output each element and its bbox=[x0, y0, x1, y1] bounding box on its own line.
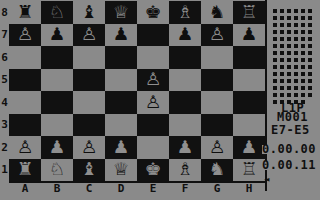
dot bbox=[287, 23, 291, 27]
square-b6[interactable] bbox=[41, 46, 73, 69]
piece-white-king[interactable]: ♚ bbox=[144, 161, 161, 178]
dot bbox=[308, 30, 312, 34]
dot bbox=[280, 44, 284, 48]
dot bbox=[280, 86, 284, 90]
dot bbox=[273, 100, 277, 104]
dot bbox=[294, 65, 298, 69]
dot bbox=[273, 9, 277, 13]
square-e8[interactable]: ♚ bbox=[137, 1, 169, 24]
square-a8[interactable]: ♜ bbox=[9, 1, 41, 24]
rank-label-2: 2 bbox=[0, 136, 9, 159]
square-d2[interactable]: ♟ bbox=[105, 136, 137, 159]
square-c4[interactable] bbox=[73, 91, 105, 114]
thinking-dots-grid bbox=[273, 9, 312, 104]
square-b5[interactable] bbox=[41, 69, 73, 92]
dot bbox=[308, 93, 312, 97]
piece-white-bishop[interactable]: ♝ bbox=[80, 161, 97, 178]
dot bbox=[308, 58, 312, 62]
dot bbox=[301, 37, 305, 41]
dot bbox=[287, 44, 291, 48]
dot bbox=[301, 16, 305, 20]
rank-label-5: 5 bbox=[0, 69, 9, 92]
square-e4[interactable]: ♙ bbox=[137, 91, 169, 114]
file-label-b: B bbox=[41, 183, 73, 194]
dot bbox=[301, 65, 305, 69]
piece-black-pawn[interactable]: ♙ bbox=[80, 26, 97, 43]
square-f5[interactable] bbox=[169, 69, 201, 92]
file-label-c: C bbox=[73, 183, 105, 194]
dot bbox=[294, 72, 298, 76]
piece-white-pawn[interactable]: ♙ bbox=[144, 94, 161, 111]
square-h3[interactable] bbox=[233, 114, 265, 137]
dot bbox=[308, 72, 312, 76]
dot bbox=[294, 37, 298, 41]
piece-white-pawn[interactable]: ♟ bbox=[240, 139, 257, 156]
dot bbox=[294, 93, 298, 97]
rank-label-1: 1 bbox=[0, 159, 9, 182]
piece-white-rook[interactable]: ♖ bbox=[240, 161, 257, 178]
piece-black-knight[interactable]: ♞ bbox=[208, 4, 225, 21]
dot bbox=[308, 86, 312, 90]
dot bbox=[273, 30, 277, 34]
dot bbox=[287, 93, 291, 97]
square-c6[interactable] bbox=[73, 46, 105, 69]
piece-white-pawn[interactable]: ♙ bbox=[208, 139, 225, 156]
piece-black-queen[interactable]: ♕ bbox=[112, 4, 129, 21]
square-f8[interactable]: ♗ bbox=[169, 1, 201, 24]
dot bbox=[301, 23, 305, 27]
piece-white-knight[interactable]: ♞ bbox=[208, 161, 225, 178]
square-d3[interactable] bbox=[105, 114, 137, 137]
square-h8[interactable]: ♖ bbox=[233, 1, 265, 24]
piece-black-pawn[interactable]: ♙ bbox=[208, 26, 225, 43]
dot bbox=[280, 79, 284, 83]
dot bbox=[273, 51, 277, 55]
dot bbox=[301, 58, 305, 62]
square-a5[interactable] bbox=[9, 69, 41, 92]
square-h7[interactable]: ♟ bbox=[233, 24, 265, 47]
file-label-g: G bbox=[201, 183, 233, 194]
dot bbox=[287, 86, 291, 90]
dot bbox=[273, 72, 277, 76]
dot-row bbox=[273, 72, 312, 76]
dot bbox=[280, 30, 284, 34]
dot bbox=[280, 9, 284, 13]
square-e3[interactable] bbox=[137, 114, 169, 137]
piece-black-pawn[interactable]: ♙ bbox=[16, 26, 33, 43]
dot bbox=[308, 23, 312, 27]
dot-row bbox=[273, 65, 312, 69]
dot bbox=[301, 9, 305, 13]
square-f6[interactable] bbox=[169, 46, 201, 69]
square-a2[interactable]: ♙ bbox=[9, 136, 41, 159]
dot bbox=[287, 58, 291, 62]
dot bbox=[294, 86, 298, 90]
dot-row bbox=[273, 9, 312, 13]
dot bbox=[273, 44, 277, 48]
dot bbox=[308, 65, 312, 69]
square-f7[interactable]: ♟ bbox=[169, 24, 201, 47]
file-label-e: E bbox=[137, 183, 169, 194]
dot bbox=[280, 23, 284, 27]
dot bbox=[301, 44, 305, 48]
piece-black-pawn[interactable]: ♟ bbox=[112, 26, 129, 43]
square-c3[interactable] bbox=[73, 114, 105, 137]
square-a4[interactable] bbox=[9, 91, 41, 114]
dot bbox=[287, 51, 291, 55]
square-e5[interactable]: ♙ bbox=[137, 69, 169, 92]
dot bbox=[294, 16, 298, 20]
piece-black-rook[interactable]: ♜ bbox=[16, 4, 33, 21]
piece-white-bishop[interactable]: ♗ bbox=[176, 161, 193, 178]
piece-black-pawn[interactable]: ♟ bbox=[48, 26, 65, 43]
dot bbox=[287, 37, 291, 41]
square-c2[interactable]: ♙ bbox=[73, 136, 105, 159]
dot bbox=[301, 72, 305, 76]
piece-white-pawn[interactable]: ♟ bbox=[176, 139, 193, 156]
dot-row bbox=[273, 16, 312, 20]
square-e1[interactable]: ♚ bbox=[137, 159, 169, 182]
dot bbox=[273, 65, 277, 69]
piece-black-pawn[interactable]: ♟ bbox=[176, 26, 193, 43]
square-a6[interactable] bbox=[9, 46, 41, 69]
piece-white-queen[interactable]: ♕ bbox=[112, 161, 129, 178]
dot bbox=[308, 51, 312, 55]
dot bbox=[294, 44, 298, 48]
square-d6[interactable] bbox=[105, 46, 137, 69]
dot-row bbox=[273, 93, 312, 97]
square-e2[interactable] bbox=[137, 136, 169, 159]
square-a7[interactable]: ♙ bbox=[9, 24, 41, 47]
dot bbox=[294, 23, 298, 27]
square-g4[interactable] bbox=[201, 91, 233, 114]
square-c7[interactable]: ♙ bbox=[73, 24, 105, 47]
dot bbox=[308, 37, 312, 41]
dot-row bbox=[273, 44, 312, 48]
piece-white-pawn[interactable]: ♟ bbox=[48, 139, 65, 156]
dot bbox=[287, 72, 291, 76]
square-b8[interactable]: ♘ bbox=[41, 1, 73, 24]
dot bbox=[273, 86, 277, 90]
dot bbox=[280, 65, 284, 69]
square-e7[interactable] bbox=[137, 24, 169, 47]
square-b3[interactable] bbox=[41, 114, 73, 137]
dot bbox=[294, 51, 298, 55]
square-g5[interactable] bbox=[201, 69, 233, 92]
square-d4[interactable] bbox=[105, 91, 137, 114]
square-f3[interactable] bbox=[169, 114, 201, 137]
dot bbox=[280, 93, 284, 97]
dot-row bbox=[273, 51, 312, 55]
dot bbox=[301, 93, 305, 97]
square-a1[interactable]: ♜ bbox=[9, 159, 41, 182]
dot-row bbox=[273, 30, 312, 34]
square-d8[interactable]: ♕ bbox=[105, 1, 137, 24]
square-g7[interactable]: ♙ bbox=[201, 24, 233, 47]
rank-label-7: 7 bbox=[0, 24, 9, 47]
dot bbox=[287, 79, 291, 83]
dot bbox=[273, 37, 277, 41]
square-g3[interactable] bbox=[201, 114, 233, 137]
square-b2[interactable]: ♟ bbox=[41, 136, 73, 159]
dot bbox=[287, 16, 291, 20]
dot bbox=[301, 86, 305, 90]
piece-black-knight[interactable]: ♘ bbox=[48, 4, 65, 21]
dot bbox=[301, 79, 305, 83]
dot-row bbox=[273, 86, 312, 90]
dot-row bbox=[273, 23, 312, 27]
dot bbox=[308, 9, 312, 13]
square-g2[interactable]: ♙ bbox=[201, 136, 233, 159]
square-c1[interactable]: ♝ bbox=[73, 159, 105, 182]
dot bbox=[280, 72, 284, 76]
dot bbox=[294, 30, 298, 34]
piece-white-pawn[interactable]: ♟ bbox=[112, 139, 129, 156]
dot bbox=[280, 37, 284, 41]
dot bbox=[308, 79, 312, 83]
square-c5[interactable] bbox=[73, 69, 105, 92]
square-g6[interactable] bbox=[201, 46, 233, 69]
square-g1[interactable]: ♞ bbox=[201, 159, 233, 182]
rank-label-4: 4 bbox=[0, 91, 9, 114]
dot bbox=[294, 79, 298, 83]
file-label-a: A bbox=[9, 183, 41, 194]
rank-label-3: 3 bbox=[0, 114, 9, 137]
file-label-h: H bbox=[233, 183, 265, 194]
piece-black-rook[interactable]: ♖ bbox=[240, 4, 257, 21]
dot bbox=[273, 79, 277, 83]
dot bbox=[294, 58, 298, 62]
piece-white-rook[interactable]: ♜ bbox=[16, 161, 33, 178]
dot bbox=[287, 65, 291, 69]
clock-top: 0.00.00 bbox=[262, 145, 316, 154]
square-b1[interactable]: ♘ bbox=[41, 159, 73, 182]
dot bbox=[301, 51, 305, 55]
dot bbox=[308, 44, 312, 48]
dot bbox=[287, 9, 291, 13]
piece-black-king[interactable]: ♚ bbox=[144, 4, 161, 21]
dot bbox=[301, 30, 305, 34]
square-c8[interactable]: ♝ bbox=[73, 1, 105, 24]
square-d1[interactable]: ♕ bbox=[105, 159, 137, 182]
dot bbox=[280, 16, 284, 20]
square-h6[interactable] bbox=[233, 46, 265, 69]
square-d5[interactable] bbox=[105, 69, 137, 92]
piece-black-bishop[interactable]: ♗ bbox=[176, 4, 193, 21]
square-f2[interactable]: ♟ bbox=[169, 136, 201, 159]
dot bbox=[273, 16, 277, 20]
last-move-display: E7-E5 bbox=[271, 126, 310, 135]
piece-black-bishop[interactable]: ♝ bbox=[80, 4, 97, 21]
chess-program-screen: 87654321 ♜♘♝♕♚♗♞♖♙♟♙♟♟♙♟♙♙♙♟♙♟♟♙♟♜♘♝♕♚♗♞… bbox=[0, 0, 320, 200]
rank-label-8: 8 bbox=[0, 1, 9, 24]
dot bbox=[273, 93, 277, 97]
dot bbox=[308, 16, 312, 20]
square-h1[interactable]: ♖ bbox=[233, 159, 265, 182]
square-d7[interactable]: ♟ bbox=[105, 24, 137, 47]
square-g8[interactable]: ♞ bbox=[201, 1, 233, 24]
move-counter: M001 bbox=[277, 113, 308, 122]
left-arrow-icon: ◄ bbox=[264, 175, 269, 184]
square-a3[interactable] bbox=[9, 114, 41, 137]
dot bbox=[280, 51, 284, 55]
file-label-d: D bbox=[105, 183, 137, 194]
dot-row bbox=[273, 58, 312, 62]
status-panel: L1P M001 E7-E5 0.00.00 0.00.11 ◄ bbox=[267, 0, 320, 200]
square-f1[interactable]: ♗ bbox=[169, 159, 201, 182]
chess-board: ♜♘♝♕♚♗♞♖♙♟♙♟♟♙♟♙♙♙♟♙♟♟♙♟♜♘♝♕♚♗♞♖ bbox=[9, 1, 265, 181]
square-b7[interactable]: ♟ bbox=[41, 24, 73, 47]
dot-row bbox=[273, 79, 312, 83]
square-h2[interactable]: ♟ bbox=[233, 136, 265, 159]
dot bbox=[287, 30, 291, 34]
square-f4[interactable] bbox=[169, 91, 201, 114]
piece-white-pawn[interactable]: ♙ bbox=[80, 139, 97, 156]
file-label-f: F bbox=[169, 183, 201, 194]
piece-white-knight[interactable]: ♘ bbox=[48, 161, 65, 178]
dot-row bbox=[273, 37, 312, 41]
clock-bottom: 0.00.11 bbox=[262, 161, 316, 170]
square-h5[interactable] bbox=[233, 69, 265, 92]
rank-label-6: 6 bbox=[0, 46, 9, 69]
dot bbox=[273, 23, 277, 27]
dot bbox=[280, 58, 284, 62]
square-b4[interactable] bbox=[41, 91, 73, 114]
piece-white-pawn[interactable]: ♙ bbox=[16, 139, 33, 156]
piece-black-pawn[interactable]: ♟ bbox=[240, 26, 257, 43]
dot bbox=[294, 9, 298, 13]
dot bbox=[273, 58, 277, 62]
piece-black-pawn[interactable]: ♙ bbox=[144, 71, 161, 88]
square-h4[interactable] bbox=[233, 91, 265, 114]
square-e6[interactable] bbox=[137, 46, 169, 69]
